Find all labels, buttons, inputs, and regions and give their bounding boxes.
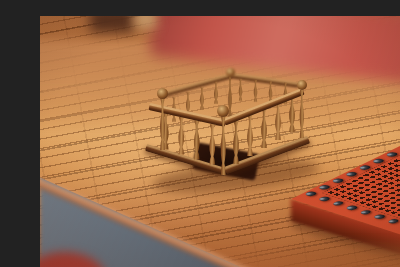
black-nail-head bbox=[345, 205, 359, 211]
black-nail-head bbox=[317, 184, 331, 190]
ball-finial-left bbox=[157, 88, 168, 99]
turned-baluster bbox=[190, 120, 203, 159]
turned-baluster bbox=[258, 108, 271, 149]
black-nail-head bbox=[317, 196, 331, 202]
black-nail-head bbox=[344, 171, 358, 177]
ball-finial-right bbox=[297, 80, 307, 90]
black-nail-head bbox=[358, 209, 372, 215]
turned-baluster bbox=[206, 124, 219, 164]
black-nail-head bbox=[358, 165, 372, 171]
turned-baluster bbox=[175, 117, 188, 155]
black-nail-head bbox=[331, 200, 345, 206]
black-nail-head bbox=[371, 158, 385, 164]
black-nail-head bbox=[386, 218, 400, 224]
black-nail-head bbox=[372, 214, 386, 220]
turned-baluster bbox=[244, 114, 257, 156]
photo-model-ship-deck bbox=[40, 16, 400, 267]
black-nail-head bbox=[331, 178, 345, 184]
turned-baluster bbox=[272, 101, 285, 140]
ball-finial-near-corner bbox=[217, 105, 229, 117]
black-nail-head bbox=[304, 191, 318, 197]
black-nail-head bbox=[385, 152, 399, 158]
turned-baluster bbox=[230, 121, 243, 164]
